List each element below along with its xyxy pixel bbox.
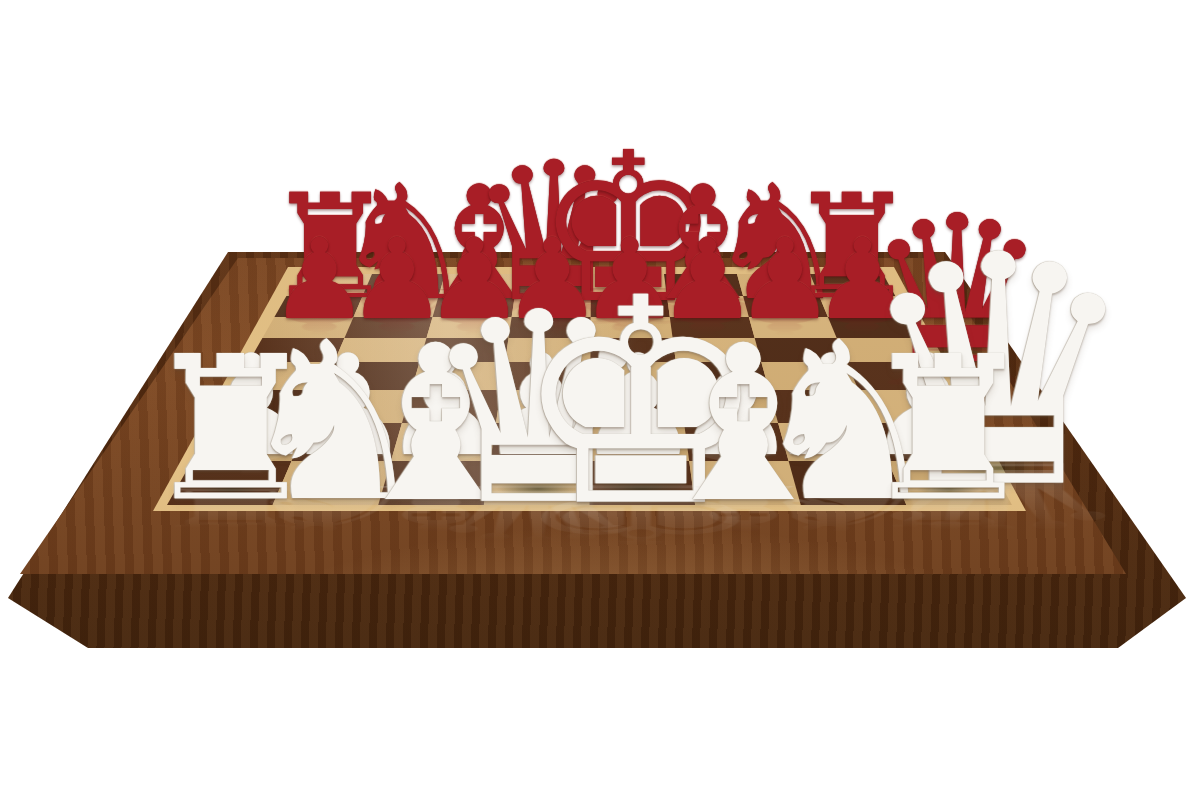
piece-white-rook-h1: ♜ xyxy=(859,330,1037,529)
pieces: ♜♜♞♞♝♝♛♛♚♚♝♝♞♞♜♜♟♟♟♟♟♟♟♟♟♟♟♟♟♟♟♟♛♛♟♟♟♟♟♟… xyxy=(0,0,1200,800)
chess-set-photo: ♜♜♞♞♝♝♛♛♚♚♝♝♞♞♜♜♟♟♟♟♟♟♟♟♟♟♟♟♟♟♟♟♛♛♟♟♟♟♟♟… xyxy=(0,0,1200,800)
